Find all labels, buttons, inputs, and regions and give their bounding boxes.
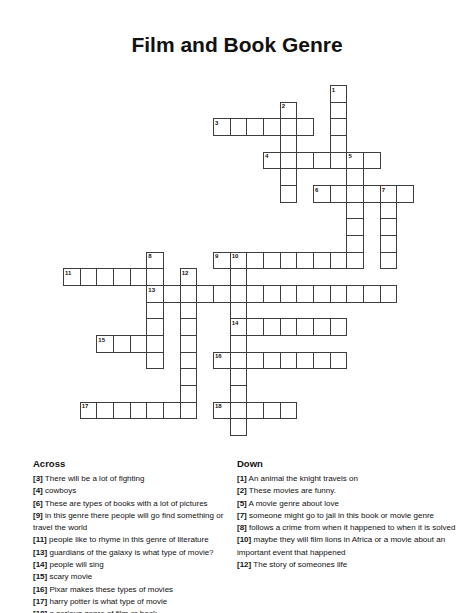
grid-cell[interactable]	[246, 318, 264, 336]
grid-cell[interactable]	[146, 402, 164, 420]
clue-num-label: [18]	[33, 609, 47, 613]
clue-item: [13] guardians of the galaxy is what typ…	[33, 547, 245, 559]
grid-cell[interactable]	[263, 352, 281, 370]
grid-cell[interactable]	[230, 118, 248, 136]
grid-cell[interactable]	[346, 202, 364, 220]
clue-num-label: [10]	[237, 535, 251, 544]
clue-number: 11	[65, 270, 71, 276]
clue-number: 9	[215, 253, 218, 259]
grid-cell[interactable]	[146, 318, 164, 336]
clue-text: These are types of books with a lot of p…	[45, 499, 208, 508]
clue-text: These movies are funny.	[249, 486, 336, 495]
grid-cell[interactable]	[246, 402, 264, 420]
clue-text: someone might go to jail in this book or…	[249, 511, 434, 520]
grid-cell[interactable]	[246, 252, 264, 270]
grid-cell[interactable]	[380, 285, 398, 303]
clue-text: Pixar makes these types of movies	[49, 585, 173, 594]
clue-text: guardians of the galaxy is what type of …	[49, 548, 213, 557]
grid-cell[interactable]	[113, 335, 131, 353]
grid-cell[interactable]	[313, 285, 331, 303]
clue-num-label: [2]	[237, 486, 247, 495]
grid-cell[interactable]	[263, 318, 281, 336]
grid-cell[interactable]	[180, 335, 198, 353]
grid-cell[interactable]	[130, 335, 148, 353]
grid-cell[interactable]	[280, 402, 298, 420]
clue-number: 17	[82, 403, 89, 409]
clue-number: 5	[348, 153, 351, 159]
clue-item: [12] The story of someones life	[237, 559, 467, 571]
grid-cell[interactable]	[363, 152, 381, 170]
grid-cell[interactable]	[230, 385, 248, 403]
grid-cell[interactable]	[230, 368, 248, 386]
clue-num-label: [11]	[33, 535, 47, 544]
grid-cell[interactable]	[296, 352, 314, 370]
grid-cell[interactable]	[280, 352, 298, 370]
clue-item: [7] someone might go to jail in this boo…	[237, 510, 467, 522]
clue-item: [16] Pixar makes these types of movies	[33, 584, 245, 596]
grid-cell[interactable]	[330, 152, 348, 170]
clue-number: 14	[232, 320, 239, 326]
grid-cell[interactable]	[146, 302, 164, 320]
clue-num-label: [7]	[237, 511, 247, 520]
grid-cell[interactable]	[280, 118, 298, 136]
grid-cell[interactable]	[330, 102, 348, 120]
clue-num-label: [12]	[237, 560, 251, 569]
clue-number: 2	[282, 103, 285, 109]
grid-cell[interactable]	[296, 252, 314, 270]
grid-cell[interactable]	[213, 285, 231, 303]
grid-cell[interactable]	[146, 268, 164, 286]
clue-item: [17] harry potter is what type of movie	[33, 596, 245, 608]
grid-cell[interactable]	[296, 118, 314, 136]
grid-cell[interactable]	[296, 152, 314, 170]
down-header: Down	[237, 458, 467, 469]
grid-cell[interactable]	[330, 135, 348, 153]
clue-number: 15	[98, 337, 105, 343]
grid-cell[interactable]	[263, 402, 281, 420]
grid-cell[interactable]	[246, 285, 264, 303]
clue-text: cowboys	[45, 486, 76, 495]
grid-cell[interactable]	[313, 252, 331, 270]
grid-cell[interactable]	[130, 268, 148, 286]
grid-cell[interactable]	[313, 152, 331, 170]
grid-cell[interactable]	[330, 318, 348, 336]
grid-cell[interactable]	[313, 352, 331, 370]
grid-cell[interactable]	[230, 335, 248, 353]
grid-cell[interactable]	[380, 235, 398, 253]
clue-number: 1	[332, 87, 335, 93]
grid-cell[interactable]	[246, 118, 264, 136]
clue-item: [3] There will be a lot of fighting	[33, 473, 245, 485]
clue-text: a serious genre of film or book	[49, 609, 157, 613]
grid-cell[interactable]	[380, 218, 398, 236]
grid-cell[interactable]	[163, 285, 181, 303]
grid-cell[interactable]	[180, 285, 198, 303]
clue-num-label: [14]	[33, 560, 47, 569]
grid-cell[interactable]	[280, 252, 298, 270]
grid-cell[interactable]	[246, 352, 264, 370]
across-header: Across	[33, 458, 245, 469]
grid-cell[interactable]	[146, 352, 164, 370]
clue-item: [11] people like to rhyme in this genre …	[33, 534, 245, 546]
grid-cell[interactable]	[180, 385, 198, 403]
clue-text: people like to rhyme in this genre of li…	[49, 535, 209, 544]
clue-item: [1] An animal the knight travels on	[237, 473, 467, 485]
grid-cell[interactable]	[230, 285, 248, 303]
grid-cell[interactable]	[180, 368, 198, 386]
clue-number: 13	[148, 287, 155, 293]
grid-cell[interactable]	[346, 185, 364, 203]
clue-num-label: [13]	[33, 548, 47, 557]
clue-number: 16	[215, 353, 222, 359]
grid-cell[interactable]	[330, 118, 348, 136]
grid-cell[interactable]	[180, 402, 198, 420]
clue-item: [4] cowboys	[33, 485, 245, 497]
clue-number: 8	[148, 253, 151, 259]
clue-item: [8] follows a crime from when it happene…	[237, 522, 467, 534]
clue-item: [9] in this genre there people will go f…	[33, 510, 245, 535]
clue-num-label: [8]	[237, 523, 247, 532]
clue-item: [15] scary movie	[33, 571, 245, 583]
across-clue-list: [3] There will be a lot of fighting[4] c…	[33, 473, 245, 613]
clue-item: [18] a serious genre of film or book	[33, 608, 245, 613]
across-clues-section: Across [3] There will be a lot of fighti…	[33, 458, 245, 613]
clue-item: [14] people will sing	[33, 559, 245, 571]
grid-cell[interactable]	[230, 268, 248, 286]
down-clues-section: Down [1] An animal the knight travels on…	[237, 458, 467, 571]
grid-cell[interactable]	[163, 402, 181, 420]
clue-text: scary movie	[49, 572, 92, 581]
grid-cell[interactable]	[346, 168, 364, 186]
grid-cell[interactable]	[96, 268, 114, 286]
clue-num-label: [16]	[33, 585, 47, 594]
grid-cell[interactable]	[280, 185, 298, 203]
clue-text: in this genre there people will go find …	[33, 511, 223, 532]
grid-cell[interactable]	[346, 252, 364, 270]
grid-cell[interactable]	[363, 285, 381, 303]
grid-cell[interactable]	[180, 302, 198, 320]
grid-cell[interactable]	[330, 185, 348, 203]
clue-num-label: [15]	[33, 572, 47, 581]
grid-cell[interactable]	[230, 352, 248, 370]
grid-cell[interactable]	[196, 285, 214, 303]
clue-num-label: [5]	[237, 499, 247, 508]
clue-num-label: [4]	[33, 486, 43, 495]
grid-cell[interactable]	[396, 185, 414, 203]
grid-cell[interactable]	[363, 185, 381, 203]
clue-number: 18	[215, 403, 222, 409]
clue-number: 10	[232, 253, 239, 259]
grid-cell[interactable]	[113, 268, 131, 286]
clue-text: There will be a lot of fighting	[45, 474, 145, 483]
clue-text: The story of someones life	[253, 560, 347, 569]
clue-item: [6] These are types of books with a lot …	[33, 498, 245, 510]
grid-cell[interactable]	[280, 135, 298, 153]
clue-text: follows a crime from when it happened to…	[249, 523, 455, 532]
puzzle-title: Film and Book Genre	[0, 33, 474, 57]
grid-cell[interactable]	[346, 285, 364, 303]
grid-cell[interactable]	[80, 268, 98, 286]
grid-cell[interactable]	[330, 285, 348, 303]
grid-cell[interactable]	[280, 152, 298, 170]
clue-num-label: [3]	[33, 474, 43, 483]
grid-cell[interactable]	[263, 252, 281, 270]
clue-num-label: [9]	[33, 511, 43, 520]
clue-text: An animal the knight travels on	[249, 474, 358, 483]
grid-cell[interactable]	[263, 118, 281, 136]
grid-cell[interactable]	[130, 402, 148, 420]
grid-cell[interactable]	[96, 402, 114, 420]
grid-cell[interactable]	[180, 318, 198, 336]
grid-cell[interactable]	[330, 352, 348, 370]
grid-cell[interactable]	[230, 418, 248, 436]
grid-cell[interactable]	[296, 285, 314, 303]
clue-number: 4	[265, 153, 268, 159]
grid-cell[interactable]	[230, 302, 248, 320]
grid-cell[interactable]	[280, 168, 298, 186]
clue-number: 12	[182, 270, 189, 276]
clue-item: [5] A movie genre about love	[237, 498, 467, 510]
grid-cell[interactable]	[280, 318, 298, 336]
grid-cell[interactable]	[380, 202, 398, 220]
puzzle-page: Film and Book Genre 12345678910111213141…	[0, 0, 474, 613]
crossword-grid: 123456789101112131415161718	[63, 85, 414, 436]
clue-text: maybe they will film lions in Africa or …	[237, 535, 445, 556]
clue-item: [10] maybe they will film lions in Afric…	[237, 534, 467, 559]
grid-cell[interactable]	[263, 285, 281, 303]
clue-item: [2] These movies are funny.	[237, 485, 467, 497]
grid-cell[interactable]	[280, 285, 298, 303]
grid-cell[interactable]	[180, 352, 198, 370]
clue-number: 6	[315, 187, 318, 193]
clue-number: 7	[382, 187, 385, 193]
clue-num-label: [1]	[237, 474, 247, 483]
grid-cell[interactable]	[346, 235, 364, 253]
grid-cell[interactable]	[346, 218, 364, 236]
grid-cell[interactable]	[146, 335, 164, 353]
clue-text: harry potter is what type of movie	[49, 597, 167, 606]
clue-number: 3	[215, 120, 218, 126]
clue-num-label: [6]	[33, 499, 43, 508]
grid-cell[interactable]	[313, 318, 331, 336]
clue-num-label: [17]	[33, 597, 47, 606]
grid-cell[interactable]	[330, 252, 348, 270]
grid-cell[interactable]	[230, 402, 248, 420]
grid-cell[interactable]	[113, 402, 131, 420]
grid-cell[interactable]	[296, 318, 314, 336]
grid-cell[interactable]	[380, 252, 398, 270]
clue-text: A movie genre about love	[249, 499, 339, 508]
clue-text: people will sing	[49, 560, 103, 569]
down-clue-list: [1] An animal the knight travels on[2] T…	[237, 473, 467, 571]
